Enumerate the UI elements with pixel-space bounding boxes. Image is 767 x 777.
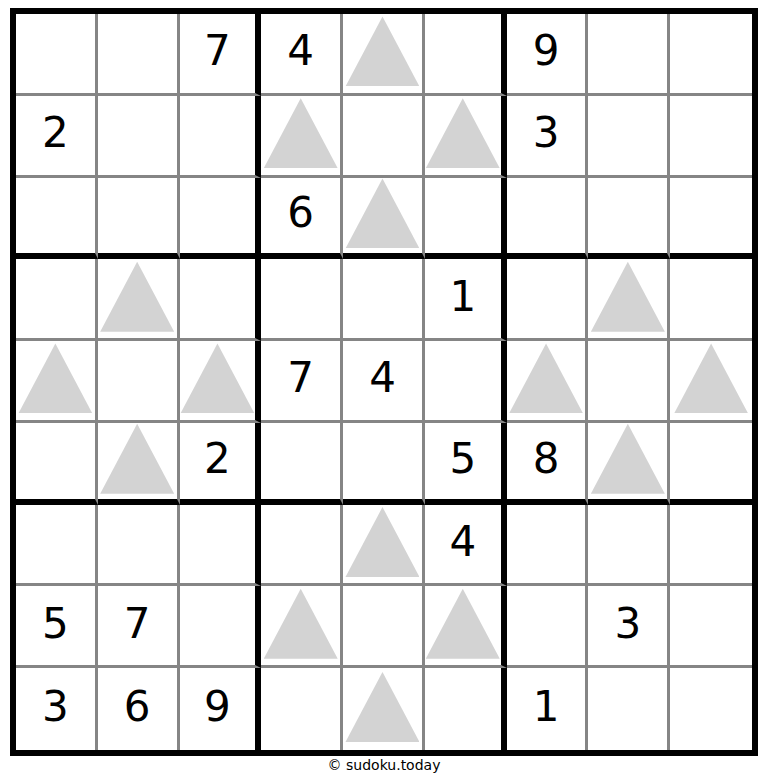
cell-r1c1[interactable] — [16, 14, 98, 96]
cell-r6c1[interactable] — [16, 423, 98, 505]
cell-r6c3[interactable]: 2 — [180, 423, 262, 505]
cell-r9c1[interactable]: 3 — [16, 668, 98, 750]
cell-r8c6[interactable] — [425, 586, 507, 668]
cell-r8c2[interactable]: 7 — [98, 586, 180, 668]
cell-r8c9[interactable] — [670, 586, 752, 668]
cell-r8c3[interactable] — [180, 586, 262, 668]
cell-r5c1[interactable] — [16, 341, 98, 423]
cell-r8c5[interactable] — [343, 586, 425, 668]
cell-r6c2[interactable] — [98, 423, 180, 505]
given-digit: 3 — [533, 112, 560, 154]
triangle-icon — [426, 98, 500, 168]
cell-r7c6[interactable]: 4 — [425, 505, 507, 587]
puzzle-page: 74923617425845733691 © sudoku.today — [0, 0, 767, 777]
cell-r7c8[interactable] — [588, 505, 670, 587]
cell-r1c6[interactable] — [425, 14, 507, 96]
triangle-icon — [100, 424, 174, 494]
given-digit: 6 — [287, 192, 314, 234]
given-digit: 8 — [533, 438, 560, 480]
given-digit: 4 — [287, 30, 314, 72]
cell-r5c2[interactable] — [98, 341, 180, 423]
cell-r9c2[interactable]: 6 — [98, 668, 180, 750]
cell-r3c8[interactable] — [588, 178, 670, 260]
cell-r7c9[interactable] — [670, 505, 752, 587]
cell-r6c9[interactable] — [670, 423, 752, 505]
cell-r5c7[interactable] — [507, 341, 589, 423]
given-digit: 4 — [449, 521, 476, 563]
cell-r7c7[interactable] — [507, 505, 589, 587]
cell-r1c9[interactable] — [670, 14, 752, 96]
triangle-icon — [100, 262, 174, 332]
cell-r3c6[interactable] — [425, 178, 507, 260]
cell-r5c4[interactable]: 7 — [261, 341, 343, 423]
given-digit: 9 — [204, 686, 231, 728]
cell-r3c4[interactable]: 6 — [261, 178, 343, 260]
given-digit: 1 — [533, 686, 560, 728]
cell-r3c1[interactable] — [16, 178, 98, 260]
cell-r4c7[interactable] — [507, 259, 589, 341]
cell-r1c8[interactable] — [588, 14, 670, 96]
cell-r4c3[interactable] — [180, 259, 262, 341]
cell-r1c5[interactable] — [343, 14, 425, 96]
triangle-icon — [591, 424, 665, 494]
cell-r9c4[interactable] — [261, 668, 343, 750]
cell-r3c7[interactable] — [507, 178, 589, 260]
cell-r6c4[interactable] — [261, 423, 343, 505]
cell-r7c4[interactable] — [261, 505, 343, 587]
given-digit: 2 — [204, 438, 231, 480]
cell-r2c7[interactable]: 3 — [507, 96, 589, 178]
cell-r4c4[interactable] — [261, 259, 343, 341]
cell-r2c6[interactable] — [425, 96, 507, 178]
cell-r5c3[interactable] — [180, 341, 262, 423]
cell-r2c1[interactable]: 2 — [16, 96, 98, 178]
cell-r3c3[interactable] — [180, 178, 262, 260]
cell-r2c4[interactable] — [261, 96, 343, 178]
cell-r1c2[interactable] — [98, 14, 180, 96]
cell-r5c6[interactable] — [425, 341, 507, 423]
cell-r9c6[interactable] — [425, 668, 507, 750]
triangle-icon — [426, 589, 500, 659]
given-digit: 7 — [287, 357, 314, 399]
triangle-icon — [591, 262, 665, 332]
cell-r5c5[interactable]: 4 — [343, 341, 425, 423]
cell-r9c5[interactable] — [343, 668, 425, 750]
cell-r3c5[interactable] — [343, 178, 425, 260]
triangle-icon — [509, 343, 583, 413]
cell-r8c7[interactable] — [507, 586, 589, 668]
triangle-icon — [345, 672, 419, 742]
cell-r6c6[interactable]: 5 — [425, 423, 507, 505]
triangle-icon — [180, 343, 254, 413]
cell-r5c8[interactable] — [588, 341, 670, 423]
cell-r2c8[interactable] — [588, 96, 670, 178]
cell-r7c3[interactable] — [180, 505, 262, 587]
cell-r8c8[interactable]: 3 — [588, 586, 670, 668]
cell-r4c6[interactable]: 1 — [425, 259, 507, 341]
cell-r3c9[interactable] — [670, 178, 752, 260]
given-digit: 6 — [124, 686, 151, 728]
cell-r9c8[interactable] — [588, 668, 670, 750]
triangle-icon — [345, 507, 419, 577]
cell-r1c4[interactable]: 4 — [261, 14, 343, 96]
cell-r4c1[interactable] — [16, 259, 98, 341]
cell-r4c2[interactable] — [98, 259, 180, 341]
triangle-icon — [18, 343, 92, 413]
sudoku-board: 74923617425845733691 — [10, 8, 758, 756]
cell-r2c9[interactable] — [670, 96, 752, 178]
cell-r3c2[interactable] — [98, 178, 180, 260]
cell-r6c7[interactable]: 8 — [507, 423, 589, 505]
cell-r4c5[interactable] — [343, 259, 425, 341]
triangle-icon — [345, 16, 419, 86]
given-digit: 5 — [42, 603, 69, 645]
cell-r2c3[interactable] — [180, 96, 262, 178]
cell-r4c9[interactable] — [670, 259, 752, 341]
cell-r9c9[interactable] — [670, 668, 752, 750]
cell-r8c1[interactable]: 5 — [16, 586, 98, 668]
given-digit: 5 — [449, 438, 476, 480]
cell-r1c3[interactable]: 7 — [180, 14, 262, 96]
given-digit: 3 — [42, 686, 69, 728]
cell-r7c1[interactable] — [16, 505, 98, 587]
cell-r7c5[interactable] — [343, 505, 425, 587]
given-digit: 7 — [204, 30, 231, 72]
cell-r2c5[interactable] — [343, 96, 425, 178]
cell-r7c2[interactable] — [98, 505, 180, 587]
triangle-icon — [674, 343, 748, 413]
cell-r6c8[interactable] — [588, 423, 670, 505]
given-digit: 2 — [42, 112, 69, 154]
given-digit: 1 — [449, 276, 476, 318]
cell-r9c7[interactable]: 1 — [507, 668, 589, 750]
cell-r9c3[interactable]: 9 — [180, 668, 262, 750]
cell-r4c8[interactable] — [588, 259, 670, 341]
triangle-icon — [345, 178, 419, 248]
copyright-credit: © sudoku.today — [10, 757, 758, 773]
given-digit: 3 — [614, 603, 641, 645]
given-digit: 4 — [369, 357, 396, 399]
triangle-icon — [264, 589, 338, 659]
cell-r2c2[interactable] — [98, 96, 180, 178]
cell-r1c7[interactable]: 9 — [507, 14, 589, 96]
cell-r6c5[interactable] — [343, 423, 425, 505]
cell-r8c4[interactable] — [261, 586, 343, 668]
cell-r5c9[interactable] — [670, 341, 752, 423]
given-digit: 9 — [533, 30, 560, 72]
given-digit: 7 — [124, 603, 151, 645]
triangle-icon — [264, 98, 338, 168]
